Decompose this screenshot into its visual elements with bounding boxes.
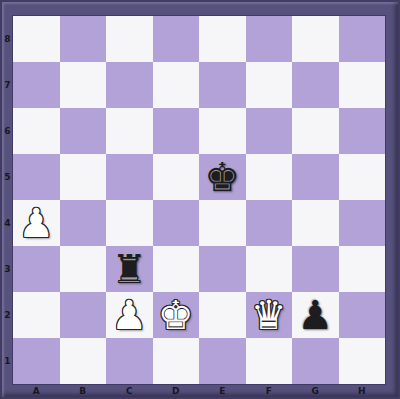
square-c6[interactable] (106, 108, 153, 154)
square-g8[interactable] (292, 16, 339, 62)
square-f4[interactable] (246, 200, 293, 246)
square-b3[interactable] (60, 246, 107, 292)
square-h6[interactable] (339, 108, 386, 154)
square-g3[interactable] (292, 246, 339, 292)
piece-white-pawn-a4[interactable]: ♟ (18, 200, 54, 246)
square-g4[interactable] (292, 200, 339, 246)
square-g7[interactable] (292, 62, 339, 108)
piece-black-pawn-g2[interactable]: ♟ (297, 292, 333, 338)
square-e2[interactable] (199, 292, 246, 338)
chess-board: ♚♟♜♟♚♛♟ (13, 16, 385, 384)
square-d4[interactable] (153, 200, 200, 246)
rank-label-4: 4 (2, 200, 13, 246)
piece-white-king-d2[interactable]: ♚ (158, 292, 194, 338)
rank-label-8: 8 (2, 16, 13, 62)
rank-label-6: 6 (2, 108, 13, 154)
square-b6[interactable] (60, 108, 107, 154)
square-b1[interactable] (60, 338, 107, 384)
rank-label-1: 1 (2, 338, 13, 384)
square-d5[interactable] (153, 154, 200, 200)
square-f1[interactable] (246, 338, 293, 384)
square-d8[interactable] (153, 16, 200, 62)
square-c2[interactable]: ♟ (106, 292, 153, 338)
square-a8[interactable] (13, 16, 60, 62)
square-b8[interactable] (60, 16, 107, 62)
square-g1[interactable] (292, 338, 339, 384)
square-g5[interactable] (292, 154, 339, 200)
file-label-c: C (106, 384, 153, 397)
chess-board-frame: ♚♟♜♟♚♛♟ 87654321 ABCDEFGH (0, 0, 400, 399)
square-e5[interactable]: ♚ (199, 154, 246, 200)
square-e8[interactable] (199, 16, 246, 62)
square-d1[interactable] (153, 338, 200, 384)
square-a6[interactable] (13, 108, 60, 154)
file-label-g: G (292, 384, 339, 397)
square-h1[interactable] (339, 338, 386, 384)
piece-white-queen-f2[interactable]: ♛ (251, 292, 287, 338)
square-a1[interactable] (13, 338, 60, 384)
square-e6[interactable] (199, 108, 246, 154)
square-e7[interactable] (199, 62, 246, 108)
file-label-e: E (199, 384, 246, 397)
square-c1[interactable] (106, 338, 153, 384)
square-c5[interactable] (106, 154, 153, 200)
square-d7[interactable] (153, 62, 200, 108)
piece-white-pawn-c2[interactable]: ♟ (111, 292, 147, 338)
file-label-a: A (13, 384, 60, 397)
square-a3[interactable] (13, 246, 60, 292)
square-f7[interactable] (246, 62, 293, 108)
rank-label-5: 5 (2, 154, 13, 200)
square-c8[interactable] (106, 16, 153, 62)
square-c4[interactable] (106, 200, 153, 246)
square-f3[interactable] (246, 246, 293, 292)
rank-label-3: 3 (2, 246, 13, 292)
piece-black-rook-c3[interactable]: ♜ (111, 246, 147, 292)
square-a5[interactable] (13, 154, 60, 200)
square-f2[interactable]: ♛ (246, 292, 293, 338)
square-a2[interactable] (13, 292, 60, 338)
square-c3[interactable]: ♜ (106, 246, 153, 292)
piece-black-king-e5[interactable]: ♚ (204, 154, 240, 200)
square-h7[interactable] (339, 62, 386, 108)
square-f8[interactable] (246, 16, 293, 62)
file-label-d: D (153, 384, 200, 397)
square-g2[interactable]: ♟ (292, 292, 339, 338)
square-g6[interactable] (292, 108, 339, 154)
square-d6[interactable] (153, 108, 200, 154)
square-b2[interactable] (60, 292, 107, 338)
square-d2[interactable]: ♚ (153, 292, 200, 338)
square-h5[interactable] (339, 154, 386, 200)
square-a7[interactable] (13, 62, 60, 108)
square-b5[interactable] (60, 154, 107, 200)
square-h4[interactable] (339, 200, 386, 246)
square-e4[interactable] (199, 200, 246, 246)
square-b7[interactable] (60, 62, 107, 108)
square-h8[interactable] (339, 16, 386, 62)
square-f5[interactable] (246, 154, 293, 200)
file-label-f: F (246, 384, 293, 397)
rank-label-7: 7 (2, 62, 13, 108)
square-e1[interactable] (199, 338, 246, 384)
square-c7[interactable] (106, 62, 153, 108)
rank-label-2: 2 (2, 292, 13, 338)
square-h3[interactable] (339, 246, 386, 292)
square-a4[interactable]: ♟ (13, 200, 60, 246)
square-h2[interactable] (339, 292, 386, 338)
square-e3[interactable] (199, 246, 246, 292)
square-f6[interactable] (246, 108, 293, 154)
square-b4[interactable] (60, 200, 107, 246)
file-label-b: B (60, 384, 107, 397)
file-label-h: H (339, 384, 386, 397)
square-d3[interactable] (153, 246, 200, 292)
